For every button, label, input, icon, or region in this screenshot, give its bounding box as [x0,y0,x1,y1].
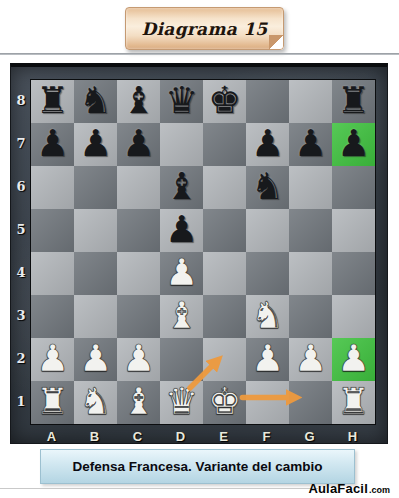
square-b6 [74,166,117,209]
piece-white-pawn: ♟ [251,340,284,377]
rank-label-7: 7 [11,122,31,165]
brand-name: AulaFacil [308,481,368,496]
square-b1: ♞ [74,381,117,424]
file-label-b: B [73,426,116,446]
square-h4 [332,252,375,295]
square-b3 [74,295,117,338]
piece-white-rook: ♜ [337,383,370,420]
square-h2: ♟ [332,338,375,381]
piece-white-bishop: ♝ [122,383,155,420]
chess-board: ♜♞♝♛♚♜♟♟♟♟♟♟♝♞♟♟♝♞♟♟♟♟♟♟♜♞♝♛♚♜ [30,79,376,425]
piece-black-rook: ♜ [337,82,370,119]
square-c7: ♟ [117,123,160,166]
piece-white-pawn: ♟ [294,340,327,377]
rank-label-4: 4 [11,251,31,294]
square-g4 [289,252,332,295]
brand-tld: .com [369,485,390,495]
square-a7: ♟ [31,123,74,166]
square-h6 [332,166,375,209]
square-c6 [117,166,160,209]
square-a3 [31,295,74,338]
piece-black-pawn: ♟ [337,125,370,162]
piece-white-pawn: ♟ [79,340,112,377]
piece-white-pawn: ♟ [36,340,69,377]
square-a8: ♜ [31,80,74,123]
piece-white-knight: ♞ [79,383,112,420]
piece-white-pawn: ♟ [122,340,155,377]
piece-black-bishop: ♝ [122,82,155,119]
square-h1: ♜ [332,381,375,424]
square-e5 [203,209,246,252]
square-g6 [289,166,332,209]
square-g5 [289,209,332,252]
square-f7: ♟ [246,123,289,166]
piece-white-bishop: ♝ [165,297,198,334]
square-b7: ♟ [74,123,117,166]
piece-black-pawn: ♟ [122,125,155,162]
square-d4: ♟ [160,252,203,295]
file-label-g: G [288,426,331,446]
square-c1: ♝ [117,381,160,424]
square-c8: ♝ [117,80,160,123]
top-divider [0,53,399,55]
piece-black-pawn: ♟ [165,211,198,248]
square-d8: ♛ [160,80,203,123]
caption-text: Defensa Francesa. Variante del cambio [73,459,323,474]
square-a4 [31,252,74,295]
square-e4 [203,252,246,295]
rank-label-8: 8 [11,79,31,122]
square-f3: ♞ [246,295,289,338]
square-c2: ♟ [117,338,160,381]
square-c3 [117,295,160,338]
file-label-c: C [116,426,159,446]
square-g8 [289,80,332,123]
rank-label-1: 1 [11,380,31,423]
square-a5 [31,209,74,252]
square-h7: ♟ [332,123,375,166]
square-f2: ♟ [246,338,289,381]
file-labels: ABCDEFGH [30,426,374,446]
rank-label-6: 6 [11,165,31,208]
piece-black-king: ♚ [208,82,241,119]
square-b4 [74,252,117,295]
piece-black-pawn: ♟ [294,125,327,162]
piece-white-king: ♚ [208,383,241,420]
rank-labels: 87654321 [11,79,31,423]
square-d6: ♝ [160,166,203,209]
file-label-f: F [245,426,288,446]
square-f6: ♞ [246,166,289,209]
square-e3 [203,295,246,338]
square-e6 [203,166,246,209]
square-d7 [160,123,203,166]
square-e1: ♚ [203,381,246,424]
square-d1: ♛ [160,381,203,424]
square-c4 [117,252,160,295]
piece-black-rook: ♜ [36,82,69,119]
square-h8: ♜ [332,80,375,123]
square-g7: ♟ [289,123,332,166]
square-f1 [246,381,289,424]
piece-white-pawn: ♟ [337,340,370,377]
square-b8: ♞ [74,80,117,123]
piece-black-queen: ♛ [165,82,198,119]
square-f8 [246,80,289,123]
chess-board-frame: 87654321 ♜♞♝♛♚♜♟♟♟♟♟♟♝♞♟♟♝♞♟♟♟♟♟♟♜♞♝♛♚♜ … [10,63,388,444]
square-d5: ♟ [160,209,203,252]
square-a1: ♜ [31,381,74,424]
rank-label-2: 2 [11,337,31,380]
diagram-title-banner: Diagrama 15 [125,7,284,50]
square-d2 [160,338,203,381]
file-label-a: A [30,426,73,446]
piece-white-queen: ♛ [165,383,198,420]
square-h3 [332,295,375,338]
piece-black-knight: ♞ [79,82,112,119]
file-label-h: H [331,426,374,446]
caption-box: Defensa Francesa. Variante del cambio [40,449,355,484]
square-g1 [289,381,332,424]
square-b2: ♟ [74,338,117,381]
square-g3 [289,295,332,338]
square-a2: ♟ [31,338,74,381]
piece-white-rook: ♜ [36,383,69,420]
square-f4 [246,252,289,295]
square-c5 [117,209,160,252]
piece-black-pawn: ♟ [79,125,112,162]
square-h5 [332,209,375,252]
piece-black-bishop: ♝ [165,168,198,205]
rank-label-3: 3 [11,294,31,337]
diagram-title: Diagrama 15 [142,19,268,39]
square-a6 [31,166,74,209]
piece-white-knight: ♞ [251,297,284,334]
square-e8: ♚ [203,80,246,123]
file-label-d: D [159,426,202,446]
piece-black-pawn: ♟ [251,125,284,162]
rank-label-5: 5 [11,208,31,251]
file-label-e: E [202,426,245,446]
piece-black-knight: ♞ [251,168,284,205]
page-root: Diagrama 15 87654321 ♜♞♝♛♚♜♟♟♟♟♟♟♝♞♟♟♝♞♟… [0,0,399,498]
brand-logo: AulaFacil .com [308,481,390,496]
square-d3: ♝ [160,295,203,338]
piece-black-pawn: ♟ [36,125,69,162]
page-curl-icon [269,35,283,49]
square-f5 [246,209,289,252]
square-b5 [74,209,117,252]
square-e2 [203,338,246,381]
footer-divider [0,488,318,489]
square-e7 [203,123,246,166]
piece-white-pawn: ♟ [165,254,198,291]
square-g2: ♟ [289,338,332,381]
